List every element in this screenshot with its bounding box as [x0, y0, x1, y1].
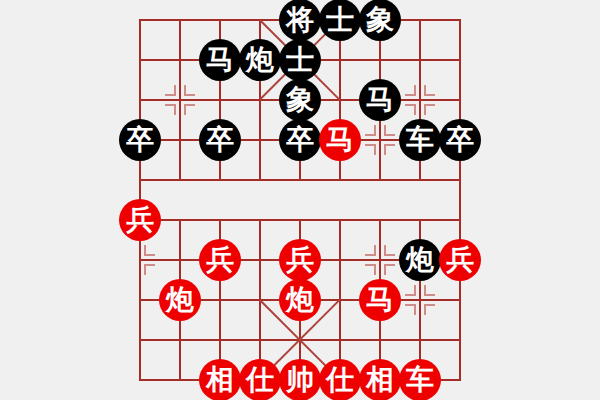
piece-red-advisor[interactable]: 仕	[239, 359, 281, 400]
point-marker	[424, 285, 435, 296]
piece-black-soldier[interactable]: 卒	[279, 119, 321, 161]
point-marker	[365, 264, 376, 275]
point-marker	[365, 144, 376, 155]
point-marker	[384, 245, 395, 256]
piece-black-cannon[interactable]: 炮	[399, 239, 441, 281]
piece-black-soldier[interactable]: 卒	[119, 119, 161, 161]
piece-black-advisor[interactable]: 士	[279, 39, 321, 81]
piece-red-soldier[interactable]: 兵	[199, 239, 241, 281]
board-grid-line	[459, 19, 461, 381]
piece-red-horse[interactable]: 马	[359, 279, 401, 321]
point-marker	[424, 304, 435, 315]
piece-red-soldier[interactable]: 兵	[119, 199, 161, 241]
point-marker	[365, 125, 376, 136]
piece-black-soldier[interactable]: 卒	[439, 119, 481, 161]
point-marker	[165, 104, 176, 115]
point-marker	[424, 85, 435, 96]
point-marker	[365, 245, 376, 256]
piece-red-soldier[interactable]: 兵	[279, 239, 321, 281]
piece-black-soldier[interactable]: 卒	[199, 119, 241, 161]
piece-red-chariot[interactable]: 车	[399, 359, 441, 400]
point-marker	[405, 285, 416, 296]
point-marker	[405, 104, 416, 115]
piece-black-elephant[interactable]: 象	[359, 0, 401, 41]
point-marker	[165, 85, 176, 96]
piece-red-general[interactable]: 帅	[279, 359, 321, 400]
piece-black-advisor[interactable]: 士	[319, 0, 361, 41]
point-marker	[184, 104, 195, 115]
xiangqi-board: 将士象马炮士象马卒卒卒马车卒兵兵兵炮兵炮炮马相仕帅仕相车	[0, 0, 600, 400]
piece-black-horse[interactable]: 马	[199, 39, 241, 81]
point-marker	[144, 245, 155, 256]
piece-black-elephant[interactable]: 象	[279, 79, 321, 121]
piece-black-horse[interactable]: 马	[359, 79, 401, 121]
point-marker	[144, 264, 155, 275]
piece-red-advisor[interactable]: 仕	[319, 359, 361, 400]
point-marker	[384, 125, 395, 136]
piece-red-elephant[interactable]: 相	[359, 359, 401, 400]
point-marker	[405, 85, 416, 96]
point-marker	[424, 104, 435, 115]
point-marker	[405, 304, 416, 315]
piece-black-cannon[interactable]: 炮	[239, 39, 281, 81]
board-grid-line	[179, 19, 181, 181]
point-marker	[384, 144, 395, 155]
piece-red-cannon[interactable]: 炮	[279, 279, 321, 321]
piece-red-cannon[interactable]: 炮	[159, 279, 201, 321]
point-marker	[184, 85, 195, 96]
piece-red-elephant[interactable]: 相	[199, 359, 241, 400]
piece-black-chariot[interactable]: 车	[399, 119, 441, 161]
piece-black-general[interactable]: 将	[279, 0, 321, 41]
piece-red-soldier[interactable]: 兵	[439, 239, 481, 281]
piece-red-horse[interactable]: 马	[319, 119, 361, 161]
point-marker	[384, 264, 395, 275]
